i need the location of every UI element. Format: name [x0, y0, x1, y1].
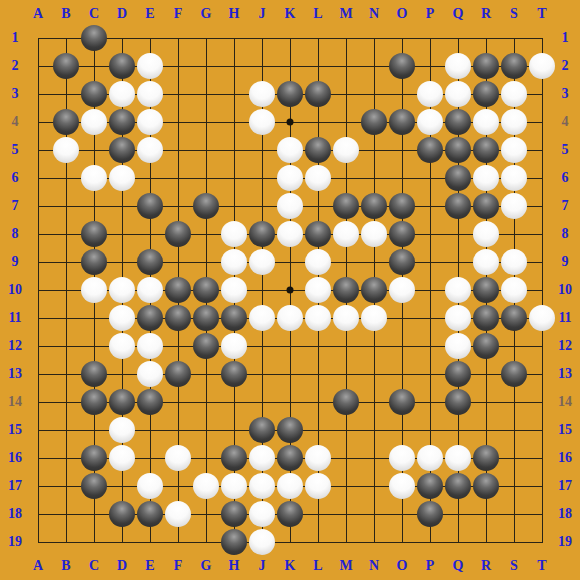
white-stone-n8[interactable] [361, 221, 387, 247]
row-label-right-19: 19 [558, 535, 572, 549]
white-stone-p4[interactable] [417, 109, 443, 135]
black-stone-d2[interactable] [109, 53, 135, 79]
black-stone-g7[interactable] [193, 193, 219, 219]
row-label-right-5: 5 [562, 143, 569, 157]
black-stone-d5[interactable] [109, 137, 135, 163]
white-stone-j18[interactable] [249, 501, 275, 527]
black-stone-o4[interactable] [389, 109, 415, 135]
black-stone-m7[interactable] [333, 193, 359, 219]
white-stone-k17[interactable] [277, 473, 303, 499]
row-label-left-14: 14 [8, 395, 22, 409]
white-stone-h8[interactable] [221, 221, 247, 247]
white-stone-k7[interactable] [277, 193, 303, 219]
black-stone-s13[interactable] [501, 361, 527, 387]
white-stone-n11[interactable] [361, 305, 387, 331]
white-stone-o17[interactable] [389, 473, 415, 499]
black-stone-f13[interactable] [165, 361, 191, 387]
white-stone-e4[interactable] [137, 109, 163, 135]
white-stone-s4[interactable] [501, 109, 527, 135]
black-stone-l3[interactable] [305, 81, 331, 107]
black-stone-r10[interactable] [473, 277, 499, 303]
col-label-top-a: A [33, 7, 43, 21]
black-stone-c13[interactable] [81, 361, 107, 387]
white-stone-e12[interactable] [137, 333, 163, 359]
black-stone-e7[interactable] [137, 193, 163, 219]
white-stone-e5[interactable] [137, 137, 163, 163]
black-stone-f11[interactable] [165, 305, 191, 331]
col-label-bottom-g: G [201, 559, 212, 573]
black-stone-o14[interactable] [389, 389, 415, 415]
black-stone-q6[interactable] [445, 165, 471, 191]
row-label-left-1: 1 [12, 31, 19, 45]
white-stone-q3[interactable] [445, 81, 471, 107]
black-stone-j15[interactable] [249, 417, 275, 443]
white-stone-l6[interactable] [305, 165, 331, 191]
white-stone-j9[interactable] [249, 249, 275, 275]
white-stone-s5[interactable] [501, 137, 527, 163]
black-stone-h11[interactable] [221, 305, 247, 331]
col-label-bottom-s: S [510, 559, 518, 573]
row-label-left-15: 15 [8, 423, 22, 437]
row-label-right-18: 18 [558, 507, 572, 521]
white-stone-q10[interactable] [445, 277, 471, 303]
white-stone-e3[interactable] [137, 81, 163, 107]
black-stone-k3[interactable] [277, 81, 303, 107]
white-stone-r9[interactable] [473, 249, 499, 275]
white-stone-h10[interactable] [221, 277, 247, 303]
black-stone-o9[interactable] [389, 249, 415, 275]
black-stone-e9[interactable] [137, 249, 163, 275]
black-stone-n10[interactable] [361, 277, 387, 303]
go-board[interactable]: AABBCCDDEEFFGGHHJJKKLLMMNNOOPPQQRRSSTT11… [0, 0, 580, 580]
row-label-left-5: 5 [12, 143, 19, 157]
row-label-right-13: 13 [558, 367, 572, 381]
white-stone-f18[interactable] [165, 501, 191, 527]
white-stone-h17[interactable] [221, 473, 247, 499]
white-stone-j4[interactable] [249, 109, 275, 135]
white-stone-m5[interactable] [333, 137, 359, 163]
white-stone-h9[interactable] [221, 249, 247, 275]
white-stone-k8[interactable] [277, 221, 303, 247]
black-stone-r7[interactable] [473, 193, 499, 219]
col-label-bottom-c: C [89, 559, 99, 573]
white-stone-l11[interactable] [305, 305, 331, 331]
black-stone-e14[interactable] [137, 389, 163, 415]
white-stone-m8[interactable] [333, 221, 359, 247]
col-label-bottom-k: K [285, 559, 296, 573]
row-label-right-8: 8 [562, 227, 569, 241]
black-stone-k15[interactable] [277, 417, 303, 443]
row-label-right-12: 12 [558, 339, 572, 353]
white-stone-t11[interactable] [529, 305, 555, 331]
black-stone-q7[interactable] [445, 193, 471, 219]
black-stone-p5[interactable] [417, 137, 443, 163]
col-label-bottom-h: H [229, 559, 240, 573]
row-label-left-10: 10 [8, 283, 22, 297]
white-stone-q16[interactable] [445, 445, 471, 471]
white-stone-d12[interactable] [109, 333, 135, 359]
col-label-bottom-t: T [537, 559, 546, 573]
col-label-top-n: N [369, 7, 379, 21]
black-stone-q14[interactable] [445, 389, 471, 415]
white-stone-l9[interactable] [305, 249, 331, 275]
white-stone-c10[interactable] [81, 277, 107, 303]
white-stone-k5[interactable] [277, 137, 303, 163]
black-stone-c8[interactable] [81, 221, 107, 247]
row-label-left-19: 19 [8, 535, 22, 549]
col-label-bottom-e: E [145, 559, 154, 573]
col-label-bottom-p: P [426, 559, 435, 573]
white-stone-j11[interactable] [249, 305, 275, 331]
black-stone-h13[interactable] [221, 361, 247, 387]
white-stone-r4[interactable] [473, 109, 499, 135]
row-label-left-2: 2 [12, 59, 19, 73]
white-stone-o10[interactable] [389, 277, 415, 303]
black-stone-c3[interactable] [81, 81, 107, 107]
white-stone-e13[interactable] [137, 361, 163, 387]
col-label-top-j: J [259, 7, 266, 21]
col-label-top-h: H [229, 7, 240, 21]
white-stone-e10[interactable] [137, 277, 163, 303]
row-label-right-4: 4 [562, 115, 569, 129]
white-stone-j19[interactable] [249, 529, 275, 555]
row-label-right-14: 14 [558, 395, 572, 409]
col-label-top-g: G [201, 7, 212, 21]
black-stone-g10[interactable] [193, 277, 219, 303]
black-stone-g11[interactable] [193, 305, 219, 331]
col-label-top-s: S [510, 7, 518, 21]
row-label-left-16: 16 [8, 451, 22, 465]
white-stone-e2[interactable] [137, 53, 163, 79]
col-label-bottom-q: Q [453, 559, 464, 573]
col-label-top-d: D [117, 7, 127, 21]
col-label-top-l: L [313, 7, 322, 21]
row-label-left-7: 7 [12, 199, 19, 213]
white-stone-d16[interactable] [109, 445, 135, 471]
white-stone-s10[interactable] [501, 277, 527, 303]
row-label-right-15: 15 [558, 423, 572, 437]
white-stone-j16[interactable] [249, 445, 275, 471]
black-stone-q5[interactable] [445, 137, 471, 163]
black-stone-s2[interactable] [501, 53, 527, 79]
black-stone-g12[interactable] [193, 333, 219, 359]
black-stone-q13[interactable] [445, 361, 471, 387]
row-label-right-9: 9 [562, 255, 569, 269]
white-stone-s9[interactable] [501, 249, 527, 275]
black-stone-m10[interactable] [333, 277, 359, 303]
row-label-left-8: 8 [12, 227, 19, 241]
col-label-top-k: K [285, 7, 296, 21]
row-label-left-17: 17 [8, 479, 22, 493]
black-stone-r17[interactable] [473, 473, 499, 499]
black-stone-b2[interactable] [53, 53, 79, 79]
white-stone-c6[interactable] [81, 165, 107, 191]
black-stone-r3[interactable] [473, 81, 499, 107]
white-stone-b5[interactable] [53, 137, 79, 163]
row-label-right-3: 3 [562, 87, 569, 101]
black-stone-r12[interactable] [473, 333, 499, 359]
black-stone-d14[interactable] [109, 389, 135, 415]
col-label-bottom-n: N [369, 559, 379, 573]
black-stone-f10[interactable] [165, 277, 191, 303]
col-label-top-m: M [339, 7, 352, 21]
black-stone-c16[interactable] [81, 445, 107, 471]
white-stone-d10[interactable] [109, 277, 135, 303]
col-label-top-f: F [174, 7, 183, 21]
white-stone-r6[interactable] [473, 165, 499, 191]
row-label-right-7: 7 [562, 199, 569, 213]
row-label-left-18: 18 [8, 507, 22, 521]
white-stone-q2[interactable] [445, 53, 471, 79]
col-label-bottom-r: R [481, 559, 491, 573]
black-stone-c9[interactable] [81, 249, 107, 275]
row-label-left-3: 3 [12, 87, 19, 101]
col-label-bottom-a: A [33, 559, 43, 573]
black-stone-l5[interactable] [305, 137, 331, 163]
row-label-right-16: 16 [558, 451, 572, 465]
col-label-bottom-m: M [339, 559, 352, 573]
row-label-left-4: 4 [12, 115, 19, 129]
black-stone-n4[interactable] [361, 109, 387, 135]
row-label-right-2: 2 [562, 59, 569, 73]
white-stone-q11[interactable] [445, 305, 471, 331]
row-label-left-12: 12 [8, 339, 22, 353]
white-stone-j17[interactable] [249, 473, 275, 499]
black-stone-o8[interactable] [389, 221, 415, 247]
black-stone-p18[interactable] [417, 501, 443, 527]
white-stone-m11[interactable] [333, 305, 359, 331]
black-stone-q4[interactable] [445, 109, 471, 135]
row-label-left-11: 11 [8, 311, 21, 325]
black-stone-h19[interactable] [221, 529, 247, 555]
white-stone-k11[interactable] [277, 305, 303, 331]
col-label-bottom-d: D [117, 559, 127, 573]
row-label-left-6: 6 [12, 171, 19, 185]
col-label-top-o: O [397, 7, 408, 21]
white-stone-g17[interactable] [193, 473, 219, 499]
white-stone-s7[interactable] [501, 193, 527, 219]
black-stone-b4[interactable] [53, 109, 79, 135]
col-label-bottom-o: O [397, 559, 408, 573]
col-label-top-e: E [145, 7, 154, 21]
black-stone-o2[interactable] [389, 53, 415, 79]
black-stone-e18[interactable] [137, 501, 163, 527]
white-stone-l10[interactable] [305, 277, 331, 303]
col-label-top-p: P [426, 7, 435, 21]
white-stone-d15[interactable] [109, 417, 135, 443]
white-stone-d6[interactable] [109, 165, 135, 191]
black-stone-c14[interactable] [81, 389, 107, 415]
black-stone-r16[interactable] [473, 445, 499, 471]
row-label-right-17: 17 [558, 479, 572, 493]
black-stone-q17[interactable] [445, 473, 471, 499]
row-label-left-9: 9 [12, 255, 19, 269]
white-stone-s3[interactable] [501, 81, 527, 107]
black-stone-n7[interactable] [361, 193, 387, 219]
white-stone-j3[interactable] [249, 81, 275, 107]
white-stone-e17[interactable] [137, 473, 163, 499]
white-stone-l16[interactable] [305, 445, 331, 471]
white-stone-d11[interactable] [109, 305, 135, 331]
col-label-top-q: Q [453, 7, 464, 21]
black-stone-c17[interactable] [81, 473, 107, 499]
col-label-bottom-b: B [61, 559, 70, 573]
white-stone-s6[interactable] [501, 165, 527, 191]
row-label-right-10: 10 [558, 283, 572, 297]
black-stone-r5[interactable] [473, 137, 499, 163]
star-point-k4 [287, 119, 294, 126]
white-stone-p16[interactable] [417, 445, 443, 471]
black-stone-f8[interactable] [165, 221, 191, 247]
black-stone-o7[interactable] [389, 193, 415, 219]
white-stone-l17[interactable] [305, 473, 331, 499]
white-stone-d3[interactable] [109, 81, 135, 107]
col-label-bottom-f: F [174, 559, 183, 573]
white-stone-h12[interactable] [221, 333, 247, 359]
col-label-bottom-j: J [259, 559, 266, 573]
black-stone-j8[interactable] [249, 221, 275, 247]
black-stone-c1[interactable] [81, 25, 107, 51]
col-label-top-b: B [61, 7, 70, 21]
black-stone-r11[interactable] [473, 305, 499, 331]
black-stone-p17[interactable] [417, 473, 443, 499]
black-stone-h18[interactable] [221, 501, 247, 527]
black-stone-d18[interactable] [109, 501, 135, 527]
black-stone-l8[interactable] [305, 221, 331, 247]
black-stone-r2[interactable] [473, 53, 499, 79]
white-stone-t2[interactable] [529, 53, 555, 79]
black-stone-k18[interactable] [277, 501, 303, 527]
row-label-right-1: 1 [562, 31, 569, 45]
col-label-top-r: R [481, 7, 491, 21]
white-stone-c4[interactable] [81, 109, 107, 135]
black-stone-m14[interactable] [333, 389, 359, 415]
col-label-bottom-l: L [313, 559, 322, 573]
black-stone-d4[interactable] [109, 109, 135, 135]
black-stone-e11[interactable] [137, 305, 163, 331]
white-stone-o16[interactable] [389, 445, 415, 471]
white-stone-r8[interactable] [473, 221, 499, 247]
black-stone-h16[interactable] [221, 445, 247, 471]
col-label-top-c: C [89, 7, 99, 21]
white-stone-q12[interactable] [445, 333, 471, 359]
white-stone-k6[interactable] [277, 165, 303, 191]
star-point-k10 [287, 287, 294, 294]
white-stone-f16[interactable] [165, 445, 191, 471]
row-label-right-6: 6 [562, 171, 569, 185]
white-stone-p3[interactable] [417, 81, 443, 107]
row-label-left-13: 13 [8, 367, 22, 381]
black-stone-k16[interactable] [277, 445, 303, 471]
black-stone-s11[interactable] [501, 305, 527, 331]
row-label-right-11: 11 [558, 311, 571, 325]
col-label-top-t: T [537, 7, 546, 21]
